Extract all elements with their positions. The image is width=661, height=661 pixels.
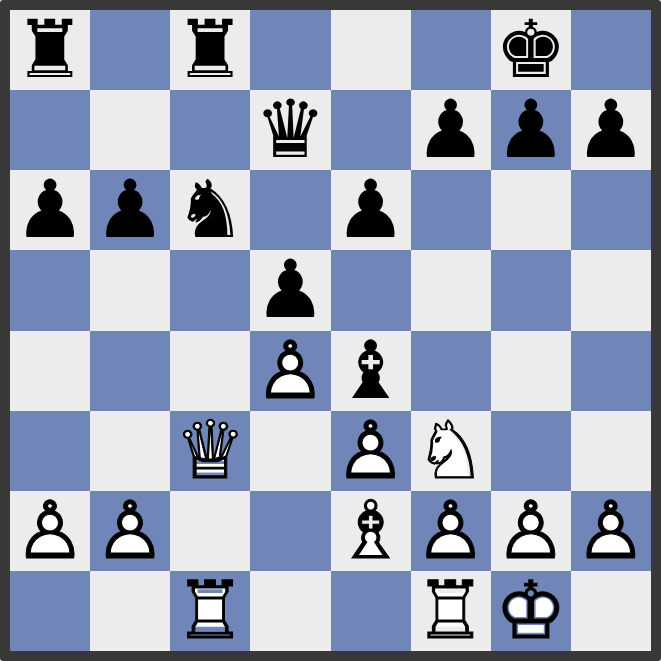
white-pawn-outline-glyph: ♙ [571, 491, 651, 571]
white-knight-outline-glyph: ♘ [411, 411, 491, 491]
square-b8[interactable] [90, 10, 170, 90]
square-g5[interactable] [491, 250, 571, 330]
piece-black-pawn: ♟︎ [331, 170, 411, 250]
square-a4[interactable] [10, 331, 90, 411]
square-c7[interactable] [170, 90, 250, 170]
square-h2[interactable]: ♟︎♙ [571, 491, 651, 571]
square-c6[interactable]: ♞ [170, 170, 250, 250]
piece-white-pawn: ♟︎♙ [10, 491, 90, 571]
square-c8[interactable]: ♜ [170, 10, 250, 90]
black-pawn-glyph: ♟︎ [90, 170, 170, 250]
square-h4[interactable] [571, 331, 651, 411]
black-knight-glyph: ♞ [170, 170, 250, 250]
square-a1[interactable] [10, 571, 90, 651]
square-c3[interactable]: ♛♕ [170, 411, 250, 491]
square-b6[interactable]: ♟︎ [90, 170, 170, 250]
square-a3[interactable] [10, 411, 90, 491]
square-e5[interactable] [331, 250, 411, 330]
square-e4[interactable]: ♝ [331, 331, 411, 411]
piece-black-knight: ♞ [170, 170, 250, 250]
piece-black-pawn: ♟︎ [90, 170, 170, 250]
black-bishop-glyph: ♝ [331, 331, 411, 411]
square-h6[interactable] [571, 170, 651, 250]
piece-white-king: ♚♔ [491, 571, 571, 651]
piece-white-bishop: ♝♗ [331, 491, 411, 571]
white-pawn-outline-glyph: ♙ [491, 491, 571, 571]
square-e2[interactable]: ♝♗ [331, 491, 411, 571]
square-d8[interactable] [250, 10, 330, 90]
piece-black-pawn: ♟︎ [10, 170, 90, 250]
square-a5[interactable] [10, 250, 90, 330]
piece-black-queen: ♛ [250, 90, 330, 170]
square-b2[interactable]: ♟︎♙ [90, 491, 170, 571]
piece-black-pawn: ♟︎ [571, 90, 651, 170]
square-e1[interactable] [331, 571, 411, 651]
white-rook-outline-glyph: ♖ [411, 571, 491, 651]
square-g3[interactable] [491, 411, 571, 491]
white-pawn-outline-glyph: ♙ [411, 491, 491, 571]
black-rook-glyph: ♜ [10, 10, 90, 90]
piece-white-pawn: ♟︎♙ [491, 491, 571, 571]
white-queen-outline-glyph: ♕ [170, 411, 250, 491]
piece-white-pawn: ♟︎♙ [90, 491, 170, 571]
piece-white-rook: ♜♖ [411, 571, 491, 651]
square-f4[interactable] [411, 331, 491, 411]
chess-board: ♜♜♚♛♟︎♟︎♟︎♟︎♟︎♞♟︎♟︎♟︎♙♝♛♕♟︎♙♞♘♟︎♙♟︎♙♝♗♟︎… [0, 0, 661, 661]
black-pawn-glyph: ♟︎ [571, 90, 651, 170]
white-pawn-outline-glyph: ♙ [250, 331, 330, 411]
square-f7[interactable]: ♟︎ [411, 90, 491, 170]
white-pawn-outline-glyph: ♙ [90, 491, 170, 571]
square-c4[interactable] [170, 331, 250, 411]
white-bishop-outline-glyph: ♗ [331, 491, 411, 571]
piece-black-rook: ♜ [10, 10, 90, 90]
piece-white-queen: ♛♕ [170, 411, 250, 491]
square-g4[interactable] [491, 331, 571, 411]
square-f6[interactable] [411, 170, 491, 250]
piece-white-pawn: ♟︎♙ [331, 411, 411, 491]
black-pawn-glyph: ♟︎ [10, 170, 90, 250]
square-b1[interactable] [90, 571, 170, 651]
white-rook-outline-glyph: ♖ [170, 571, 250, 651]
black-rook-glyph: ♜ [170, 10, 250, 90]
square-e6[interactable]: ♟︎ [331, 170, 411, 250]
square-g1[interactable]: ♚♔ [491, 571, 571, 651]
piece-black-pawn: ♟︎ [491, 90, 571, 170]
square-b3[interactable] [90, 411, 170, 491]
square-d7[interactable]: ♛ [250, 90, 330, 170]
square-c5[interactable] [170, 250, 250, 330]
square-c2[interactable] [170, 491, 250, 571]
chess-board-window: ♜♜♚♛♟︎♟︎♟︎♟︎♟︎♞♟︎♟︎♟︎♙♝♛♕♟︎♙♞♘♟︎♙♟︎♙♝♗♟︎… [0, 0, 661, 661]
square-f8[interactable] [411, 10, 491, 90]
piece-white-pawn: ♟︎♙ [571, 491, 651, 571]
white-pawn-outline-glyph: ♙ [331, 411, 411, 491]
square-g7[interactable]: ♟︎ [491, 90, 571, 170]
black-pawn-glyph: ♟︎ [411, 90, 491, 170]
square-d4[interactable]: ♟︎♙ [250, 331, 330, 411]
square-h1[interactable] [571, 571, 651, 651]
black-pawn-glyph: ♟︎ [250, 250, 330, 330]
piece-black-bishop: ♝ [331, 331, 411, 411]
square-b4[interactable] [90, 331, 170, 411]
square-f1[interactable]: ♜♖ [411, 571, 491, 651]
square-a8[interactable]: ♜ [10, 10, 90, 90]
black-king-glyph: ♚ [491, 10, 571, 90]
black-pawn-glyph: ♟︎ [331, 170, 411, 250]
square-a7[interactable] [10, 90, 90, 170]
square-h8[interactable] [571, 10, 651, 90]
square-a6[interactable]: ♟︎ [10, 170, 90, 250]
square-e3[interactable]: ♟︎♙ [331, 411, 411, 491]
square-h3[interactable] [571, 411, 651, 491]
square-d3[interactable] [250, 411, 330, 491]
square-d2[interactable] [250, 491, 330, 571]
piece-white-pawn: ♟︎♙ [411, 491, 491, 571]
square-c1[interactable]: ♜♖ [170, 571, 250, 651]
black-queen-glyph: ♛ [250, 90, 330, 170]
square-f3[interactable]: ♞♘ [411, 411, 491, 491]
black-pawn-glyph: ♟︎ [491, 90, 571, 170]
square-g8[interactable]: ♚ [491, 10, 571, 90]
piece-white-rook: ♜♖ [170, 571, 250, 651]
piece-black-pawn: ♟︎ [250, 250, 330, 330]
square-b7[interactable] [90, 90, 170, 170]
piece-black-king: ♚ [491, 10, 571, 90]
square-h5[interactable] [571, 250, 651, 330]
piece-white-knight: ♞♘ [411, 411, 491, 491]
piece-black-rook: ♜ [170, 10, 250, 90]
square-b5[interactable] [90, 250, 170, 330]
square-g6[interactable] [491, 170, 571, 250]
square-d6[interactable] [250, 170, 330, 250]
piece-white-pawn: ♟︎♙ [250, 331, 330, 411]
square-d1[interactable] [250, 571, 330, 651]
square-e8[interactable] [331, 10, 411, 90]
square-e7[interactable] [331, 90, 411, 170]
square-h7[interactable]: ♟︎ [571, 90, 651, 170]
square-a2[interactable]: ♟︎♙ [10, 491, 90, 571]
square-g2[interactable]: ♟︎♙ [491, 491, 571, 571]
piece-black-pawn: ♟︎ [411, 90, 491, 170]
white-king-outline-glyph: ♔ [491, 571, 571, 651]
square-f2[interactable]: ♟︎♙ [411, 491, 491, 571]
white-pawn-outline-glyph: ♙ [10, 491, 90, 571]
square-d5[interactable]: ♟︎ [250, 250, 330, 330]
square-f5[interactable] [411, 250, 491, 330]
